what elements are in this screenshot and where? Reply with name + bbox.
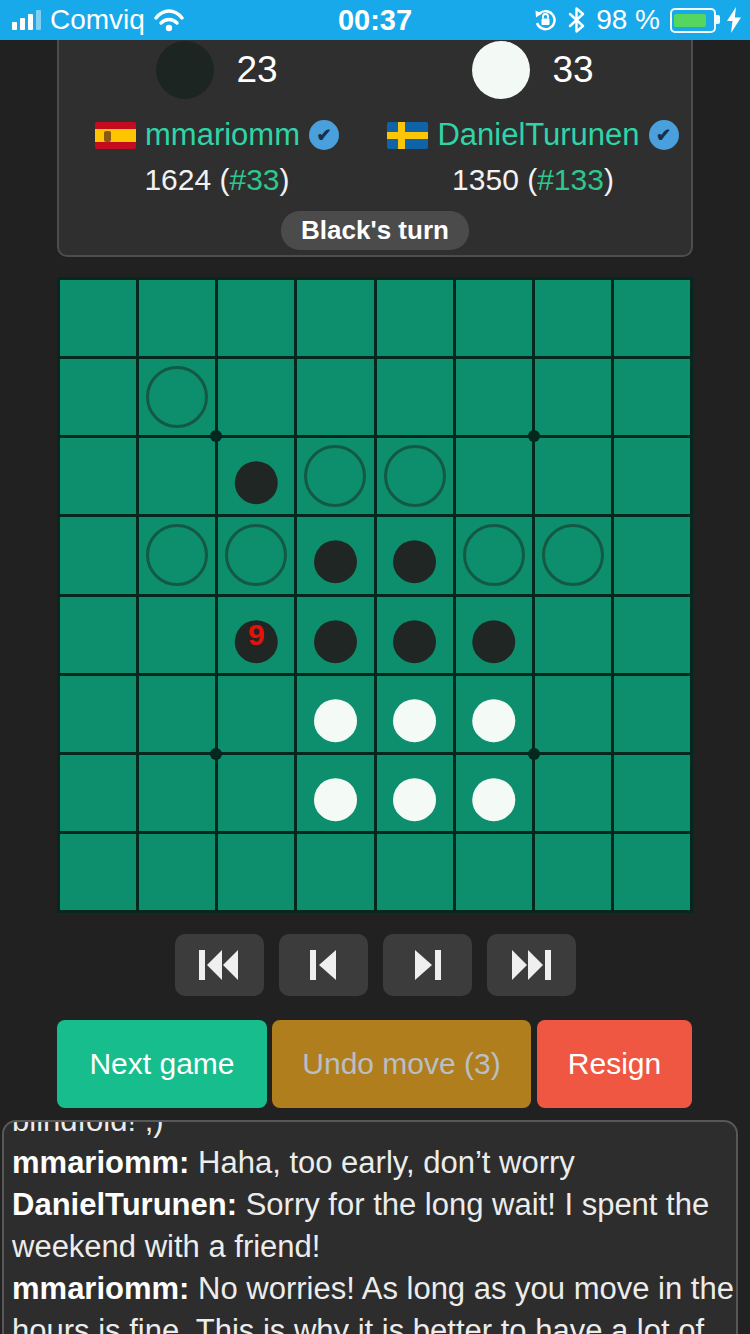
chat-message-line: hours is fine. This is why it is better … [12, 1310, 728, 1334]
score-row: 23 33 [59, 41, 691, 99]
cell-h8[interactable] [614, 834, 690, 910]
legal-move-hint[interactable] [463, 524, 525, 586]
chat-message-line: weekend with a friend! [12, 1226, 728, 1268]
othello-app-screen: Comviq 00:37 98 % [0, 0, 750, 1334]
cell-d7[interactable]: ● [297, 755, 373, 831]
cell-g7[interactable] [535, 755, 611, 831]
cell-d8[interactable] [297, 834, 373, 910]
cell-b8[interactable] [139, 834, 215, 910]
battery-percent-label: 98 % [596, 4, 660, 36]
undo-move-button[interactable]: Undo move (3) [272, 1020, 531, 1108]
chat-panel[interactable]: blindfold! ;)mmariomm: Haha, too early, … [2, 1120, 738, 1334]
cell-f8[interactable] [456, 834, 532, 910]
next-move-button[interactable] [383, 934, 472, 996]
cell-e2[interactable] [377, 359, 453, 435]
black-player[interactable]: mmariomm ✔ [59, 117, 375, 153]
cell-h3[interactable] [614, 438, 690, 514]
black-score-group: 23 [59, 41, 375, 99]
legal-move-hint[interactable] [146, 366, 208, 428]
cell-a7[interactable] [60, 755, 136, 831]
sweden-flag-icon [387, 122, 428, 149]
game-info-panel: 23 33 mmariomm ✔ DanielTurunen ✔ 1624 (#… [57, 16, 693, 257]
status-bar: Comviq 00:37 98 % [0, 0, 750, 40]
cell-b5[interactable] [139, 597, 215, 673]
legal-move-hint[interactable] [304, 445, 366, 507]
black-player-name[interactable]: mmariomm [145, 117, 300, 153]
replay-nav [0, 934, 750, 996]
white-rating: 1350 (#133) [375, 163, 691, 197]
cell-a3[interactable] [60, 438, 136, 514]
cell-d1[interactable] [297, 280, 373, 356]
cell-g8[interactable] [535, 834, 611, 910]
chat-author: mmariomm: [12, 1271, 189, 1306]
wifi-icon [154, 9, 184, 32]
white-player[interactable]: DanielTurunen ✔ [375, 117, 691, 153]
cell-h4[interactable] [614, 517, 690, 593]
black-rank: #33 [230, 163, 280, 196]
cell-g3[interactable] [535, 438, 611, 514]
cell-signal-icon [12, 10, 41, 30]
cell-g2[interactable] [535, 359, 611, 435]
cell-h2[interactable] [614, 359, 690, 435]
battery-icon [670, 8, 716, 33]
black-rating: 1624 (#33) [59, 163, 375, 197]
cell-h1[interactable] [614, 280, 690, 356]
resign-button[interactable]: Resign [537, 1020, 692, 1108]
cell-a2[interactable] [60, 359, 136, 435]
cell-c5[interactable]: ●9 [218, 597, 294, 673]
cell-g4[interactable] [535, 517, 611, 593]
first-move-button[interactable] [175, 934, 264, 996]
player-names-row: mmariomm ✔ DanielTurunen ✔ [59, 117, 691, 153]
cell-a1[interactable] [60, 280, 136, 356]
cell-h5[interactable] [614, 597, 690, 673]
previous-move-button[interactable] [279, 934, 368, 996]
chat-message-line: mmariomm: Haha, too early, don’t worry [12, 1142, 728, 1184]
white-player-name[interactable]: DanielTurunen [437, 117, 639, 153]
cell-e8[interactable] [377, 834, 453, 910]
carrier-label: Comviq [50, 4, 145, 36]
cell-b3[interactable] [139, 438, 215, 514]
turn-indicator: Black's turn [281, 211, 469, 250]
cell-b2[interactable] [139, 359, 215, 435]
cell-f7[interactable]: ● [456, 755, 532, 831]
cell-c1[interactable] [218, 280, 294, 356]
cell-c8[interactable] [218, 834, 294, 910]
cell-d2[interactable] [297, 359, 373, 435]
verified-badge-icon: ✔ [649, 120, 679, 150]
chat-message-line: mmariomm: No worries! As long as you mov… [12, 1268, 728, 1310]
cell-h7[interactable] [614, 755, 690, 831]
cell-a5[interactable] [60, 597, 136, 673]
cell-f2[interactable] [456, 359, 532, 435]
cell-a6[interactable] [60, 676, 136, 752]
chat-message-line: DanielTurunen: Sorry for the long wait! … [12, 1184, 728, 1226]
next-game-button[interactable]: Next game [57, 1020, 267, 1108]
chat-author: DanielTurunen: [12, 1187, 237, 1222]
cell-c3[interactable]: ● [218, 438, 294, 514]
cell-f3[interactable] [456, 438, 532, 514]
white-disc-counter-icon [472, 41, 530, 99]
legal-move-hint[interactable] [384, 445, 446, 507]
cell-e1[interactable] [377, 280, 453, 356]
cell-b7[interactable] [139, 755, 215, 831]
last-move-button[interactable] [487, 934, 576, 996]
cell-g5[interactable] [535, 597, 611, 673]
cell-a8[interactable] [60, 834, 136, 910]
verified-badge-icon: ✔ [309, 120, 339, 150]
chat-message-line: blindfold! ;) [12, 1120, 728, 1142]
white-score: 33 [552, 49, 593, 91]
charging-bolt-icon [726, 7, 742, 33]
ratings-row: 1624 (#33) 1350 (#133) [59, 163, 691, 197]
cell-a4[interactable] [60, 517, 136, 593]
cell-e7[interactable]: ● [377, 755, 453, 831]
legal-move-hint[interactable] [542, 524, 604, 586]
cell-c6[interactable] [218, 676, 294, 752]
legal-move-hint[interactable] [146, 524, 208, 586]
bluetooth-icon [568, 7, 586, 33]
othello-board: ●●●●9●●●●●●●●● [57, 277, 693, 913]
legal-move-hint[interactable] [225, 524, 287, 586]
chat-author: mmariomm: [12, 1145, 189, 1180]
black-disc-counter-icon [156, 41, 214, 99]
rotation-lock-icon [532, 7, 558, 33]
white-rank: #133 [537, 163, 604, 196]
cell-b4[interactable] [139, 517, 215, 593]
cell-g6[interactable] [535, 676, 611, 752]
cell-g1[interactable] [535, 280, 611, 356]
spain-flag-icon [95, 122, 136, 149]
cell-b6[interactable] [139, 676, 215, 752]
cell-h6[interactable] [614, 676, 690, 752]
cell-c7[interactable] [218, 755, 294, 831]
black-score: 23 [236, 49, 277, 91]
white-score-group: 33 [375, 41, 691, 99]
cell-f1[interactable] [456, 280, 532, 356]
last-move-number: 9 [218, 597, 294, 673]
cell-b1[interactable] [139, 280, 215, 356]
